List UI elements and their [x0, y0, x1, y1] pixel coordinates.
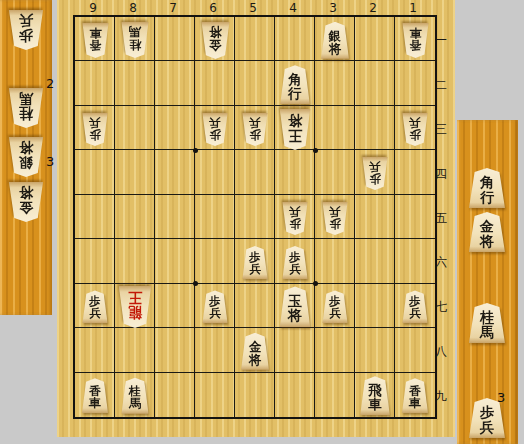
- square-8-3[interactable]: [115, 106, 155, 150]
- star-point-icon: [313, 148, 318, 153]
- piece-kanji: 歩兵: [289, 249, 301, 276]
- square-8-4[interactable]: [115, 150, 155, 194]
- square-6-6[interactable]: [195, 239, 235, 283]
- piece-gote-pawn[interactable]: 歩兵: [321, 202, 349, 235]
- square-7-1[interactable]: [155, 17, 195, 61]
- square-7-3[interactable]: [155, 106, 195, 150]
- square-7-7[interactable]: [155, 284, 195, 328]
- file-label-9: 9: [73, 1, 113, 15]
- piece-kanji: 香車: [409, 26, 421, 54]
- piece-kanji: 銀将: [329, 26, 342, 55]
- piece-kanji: 金将: [249, 337, 262, 366]
- piece-sente-pawn[interactable]: 歩兵: [241, 246, 269, 279]
- square-7-2[interactable]: [155, 61, 195, 105]
- piece-sente-pawn[interactable]: 歩兵: [201, 290, 229, 323]
- piece-gote-pawn[interactable]: 歩兵: [281, 202, 309, 235]
- piece-gote-knight[interactable]: 桂馬: [120, 22, 150, 58]
- square-3-3[interactable]: [315, 106, 355, 150]
- square-7-9[interactable]: [155, 373, 195, 417]
- square-4-1[interactable]: [275, 17, 315, 61]
- piece-gote-pawn[interactable]: 歩兵: [201, 113, 229, 146]
- sente-captured-stand: 角行金将桂馬歩兵3: [457, 120, 518, 444]
- piece-kanji: 飛車: [368, 380, 382, 411]
- square-5-2[interactable]: [235, 61, 275, 105]
- piece-sente-pawn[interactable]: 歩兵: [81, 290, 109, 323]
- square-8-8[interactable]: [115, 328, 155, 372]
- square-3-2[interactable]: [315, 61, 355, 105]
- square-7-6[interactable]: [155, 239, 195, 283]
- square-1-6[interactable]: [395, 239, 435, 283]
- piece-kanji: 金将: [19, 186, 33, 218]
- hand-piece-sente-bishop[interactable]: 角行: [467, 168, 507, 208]
- file-label-6: 6: [193, 1, 233, 15]
- shogi-app: 歩兵2桂馬銀将3金将 987654321 一二三四五六七八九 香車桂馬金将銀将香…: [0, 0, 524, 444]
- piece-gote-gold[interactable]: 金将: [200, 22, 231, 59]
- piece-gote-lance[interactable]: 香車: [401, 23, 430, 58]
- piece-kanji: 玉将: [288, 291, 302, 323]
- piece-sente-knight[interactable]: 桂馬: [120, 378, 150, 414]
- square-2-1[interactable]: [355, 17, 395, 61]
- star-point-icon: [313, 281, 318, 286]
- piece-sente-pawn[interactable]: 歩兵: [281, 246, 309, 279]
- square-2-8[interactable]: [355, 328, 395, 372]
- piece-kanji: 桂馬: [480, 307, 494, 339]
- square-7-8[interactable]: [155, 328, 195, 372]
- piece-kanji: 龍王: [128, 291, 142, 323]
- square-8-2[interactable]: [115, 61, 155, 105]
- piece-kanji: 歩兵: [209, 293, 221, 320]
- square-9-6[interactable]: [75, 239, 115, 283]
- piece-kanji: 歩兵: [329, 293, 341, 320]
- piece-kanji: 桂馬: [19, 92, 33, 124]
- piece-sente-bishop[interactable]: 角行: [279, 65, 312, 104]
- piece-kanji: 歩兵: [89, 293, 101, 320]
- file-label-8: 8: [113, 1, 153, 15]
- piece-kanji: 歩兵: [249, 116, 261, 143]
- piece-kanji: 歩兵: [89, 116, 101, 143]
- piece-kanji: 歩兵: [209, 116, 221, 143]
- square-3-6[interactable]: [315, 239, 355, 283]
- star-point-icon: [193, 148, 198, 153]
- square-5-1[interactable]: [235, 17, 275, 61]
- piece-gote-pawn[interactable]: 歩兵: [401, 113, 429, 146]
- piece-kanji: 王将: [288, 113, 302, 145]
- square-5-5[interactable]: [235, 195, 275, 239]
- piece-sente-silver[interactable]: 銀将: [320, 22, 351, 59]
- square-6-5[interactable]: [195, 195, 235, 239]
- hand-count-gote-silver: 3: [46, 154, 54, 169]
- file-label-1: 1: [393, 1, 433, 15]
- square-8-6[interactable]: [115, 239, 155, 283]
- piece-gote-pawn[interactable]: 歩兵: [361, 157, 389, 190]
- file-label-5: 5: [233, 1, 273, 15]
- piece-sente-gold[interactable]: 金将: [240, 333, 271, 370]
- piece-kanji: 歩兵: [369, 160, 381, 187]
- square-3-9[interactable]: [315, 373, 355, 417]
- piece-gote-dragon[interactable]: 龍王: [117, 286, 153, 328]
- square-2-2[interactable]: [355, 61, 395, 105]
- hand-piece-sente-knight[interactable]: 桂馬: [467, 303, 507, 343]
- square-6-4[interactable]: [195, 150, 235, 194]
- square-9-8[interactable]: [75, 328, 115, 372]
- star-point-icon: [193, 281, 198, 286]
- file-label-7: 7: [153, 1, 193, 15]
- square-4-4[interactable]: [275, 150, 315, 194]
- square-5-7[interactable]: [235, 284, 275, 328]
- square-7-5[interactable]: [155, 195, 195, 239]
- square-1-5[interactable]: [395, 195, 435, 239]
- board-grid: 香車桂馬金将銀将香車角行歩兵歩兵歩兵王将歩兵歩兵歩兵歩兵歩兵歩兵歩兵龍王歩兵玉将…: [73, 15, 437, 419]
- file-label-4: 4: [273, 1, 313, 15]
- piece-kanji: 香車: [89, 382, 101, 410]
- piece-sente-king[interactable]: 玉将: [278, 286, 312, 327]
- square-1-4[interactable]: [395, 150, 435, 194]
- piece-kanji: 銀将: [19, 141, 33, 173]
- square-4-8[interactable]: [275, 328, 315, 372]
- hand-piece-sente-gold[interactable]: 金将: [467, 212, 507, 252]
- hand-piece-gote-gold[interactable]: 金将: [7, 182, 45, 222]
- piece-kanji: 歩兵: [409, 116, 421, 143]
- piece-kanji: 桂馬: [129, 26, 141, 54]
- piece-sente-pawn[interactable]: 歩兵: [401, 290, 429, 323]
- square-3-8[interactable]: [315, 328, 355, 372]
- piece-kanji: 歩兵: [289, 205, 301, 232]
- square-9-4[interactable]: [75, 150, 115, 194]
- piece-kanji: 角行: [288, 69, 302, 100]
- piece-kanji: 金将: [209, 26, 222, 55]
- piece-gote-king[interactable]: 王将: [278, 109, 312, 150]
- piece-kanji: 金将: [480, 216, 494, 248]
- file-label-3: 3: [313, 1, 353, 15]
- piece-kanji: 香車: [409, 382, 421, 410]
- piece-sente-pawn[interactable]: 歩兵: [321, 290, 349, 323]
- piece-kanji: 歩兵: [480, 402, 494, 434]
- square-6-2[interactable]: [195, 61, 235, 105]
- hand-count-sente-pawn: 3: [497, 390, 505, 405]
- square-2-6[interactable]: [355, 239, 395, 283]
- square-2-7[interactable]: [355, 284, 395, 328]
- piece-kanji: 角行: [480, 172, 494, 204]
- square-2-5[interactable]: [355, 195, 395, 239]
- square-7-4[interactable]: [155, 150, 195, 194]
- square-6-9[interactable]: [195, 373, 235, 417]
- piece-gote-lance[interactable]: 香車: [81, 23, 110, 58]
- piece-kanji: 桂馬: [129, 382, 141, 410]
- hand-piece-gote-silver[interactable]: 銀将: [7, 137, 45, 177]
- piece-kanji: 歩兵: [249, 249, 261, 276]
- piece-sente-lance[interactable]: 香車: [81, 378, 110, 413]
- piece-kanji: 歩兵: [19, 14, 33, 46]
- square-2-3[interactable]: [355, 106, 395, 150]
- piece-gote-pawn[interactable]: 歩兵: [81, 113, 109, 146]
- piece-gote-pawn[interactable]: 歩兵: [241, 113, 269, 146]
- piece-sente-rook[interactable]: 飛車: [359, 376, 392, 415]
- square-5-9[interactable]: [235, 373, 275, 417]
- square-8-5[interactable]: [115, 195, 155, 239]
- piece-kanji: 歩兵: [329, 205, 341, 232]
- piece-kanji: 香車: [89, 26, 101, 54]
- square-1-8[interactable]: [395, 328, 435, 372]
- square-3-4[interactable]: [315, 150, 355, 194]
- piece-sente-lance[interactable]: 香車: [401, 378, 430, 413]
- shogi-board: 987654321 一二三四五六七八九 香車桂馬金将銀将香車角行歩兵歩兵歩兵王将…: [57, 0, 455, 437]
- file-label-2: 2: [353, 1, 393, 15]
- square-6-8[interactable]: [195, 328, 235, 372]
- square-1-2[interactable]: [395, 61, 435, 105]
- hand-piece-gote-knight[interactable]: 桂馬: [7, 88, 45, 128]
- hand-count-gote-pawn: 2: [46, 76, 54, 91]
- square-9-5[interactable]: [75, 195, 115, 239]
- hand-piece-gote-pawn[interactable]: 歩兵: [7, 10, 45, 50]
- square-4-9[interactable]: [275, 373, 315, 417]
- gote-captured-stand: 歩兵2桂馬銀将3金将: [0, 0, 52, 315]
- square-5-4[interactable]: [235, 150, 275, 194]
- square-9-2[interactable]: [75, 61, 115, 105]
- piece-kanji: 歩兵: [409, 293, 421, 320]
